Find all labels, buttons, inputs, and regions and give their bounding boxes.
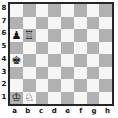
square-c4[interactable] <box>36 54 49 67</box>
rank-label-7: 7 <box>2 18 7 25</box>
square-g8[interactable] <box>87 4 100 17</box>
rank-label-6: 6 <box>2 30 7 37</box>
piece-black-pawn[interactable]: ♟ <box>11 29 21 40</box>
square-b5[interactable] <box>23 42 36 55</box>
square-e1[interactable] <box>61 92 74 105</box>
square-f7[interactable] <box>74 17 87 30</box>
square-a2[interactable] <box>10 79 23 92</box>
square-h6[interactable] <box>99 29 112 42</box>
square-c1[interactable] <box>36 92 49 105</box>
square-f2[interactable] <box>74 79 87 92</box>
square-c5[interactable] <box>36 42 49 55</box>
square-a6[interactable]: ♟ <box>10 29 23 42</box>
square-c8[interactable] <box>36 4 49 17</box>
square-a3[interactable] <box>10 67 23 80</box>
file-labels: abcdefgh <box>8 106 114 117</box>
square-c3[interactable] <box>36 67 49 80</box>
square-d4[interactable] <box>48 54 61 67</box>
file-label-e: e <box>61 108 74 115</box>
rank-label-2: 2 <box>2 81 7 88</box>
square-h3[interactable] <box>99 67 112 80</box>
square-g7[interactable] <box>87 17 100 30</box>
square-e3[interactable] <box>61 67 74 80</box>
file-label-f: f <box>74 108 87 115</box>
square-d8[interactable] <box>48 4 61 17</box>
square-h8[interactable] <box>99 4 112 17</box>
square-h1[interactable] <box>99 92 112 105</box>
square-b8[interactable] <box>23 4 36 17</box>
square-b4[interactable] <box>23 54 36 67</box>
square-g4[interactable] <box>87 54 100 67</box>
square-d2[interactable] <box>48 79 61 92</box>
square-e5[interactable] <box>61 42 74 55</box>
square-g6[interactable] <box>87 29 100 42</box>
square-h7[interactable] <box>99 17 112 30</box>
square-b3[interactable] <box>23 67 36 80</box>
square-e6[interactable] <box>61 29 74 42</box>
square-g3[interactable] <box>87 67 100 80</box>
square-c7[interactable] <box>36 17 49 30</box>
square-d6[interactable] <box>48 29 61 42</box>
square-g1[interactable] <box>87 92 100 105</box>
square-a1[interactable]: ♔ <box>10 92 23 105</box>
rank-label-3: 3 <box>2 69 7 76</box>
square-e2[interactable] <box>61 79 74 92</box>
square-b7[interactable] <box>23 17 36 30</box>
square-b1[interactable]: ♘ <box>23 92 36 105</box>
piece-white-rook[interactable]: ♖ <box>24 29 34 40</box>
rank-label-1: 1 <box>2 94 7 101</box>
square-f1[interactable] <box>74 92 87 105</box>
square-e8[interactable] <box>61 4 74 17</box>
file-label-d: d <box>48 108 61 115</box>
file-label-a: a <box>8 108 21 115</box>
square-f3[interactable] <box>74 67 87 80</box>
square-f4[interactable] <box>74 54 87 67</box>
chess-board: ♟♖♚♔♘ <box>8 2 114 106</box>
square-e4[interactable] <box>61 54 74 67</box>
square-b6[interactable]: ♖ <box>23 29 36 42</box>
square-e7[interactable] <box>61 17 74 30</box>
rank-label-4: 4 <box>2 56 7 63</box>
square-g5[interactable] <box>87 42 100 55</box>
file-label-g: g <box>88 108 101 115</box>
chess-diagram: 87654321 ♟♖♚♔♘ abcdefgh <box>0 0 118 118</box>
square-a5[interactable] <box>10 42 23 55</box>
square-a7[interactable] <box>10 17 23 30</box>
square-h4[interactable] <box>99 54 112 67</box>
square-g2[interactable] <box>87 79 100 92</box>
piece-black-king[interactable]: ♚ <box>11 54 21 65</box>
square-a4[interactable]: ♚ <box>10 54 23 67</box>
square-h2[interactable] <box>99 79 112 92</box>
file-label-b: b <box>21 108 34 115</box>
square-f5[interactable] <box>74 42 87 55</box>
square-h5[interactable] <box>99 42 112 55</box>
square-c6[interactable] <box>36 29 49 42</box>
file-label-c: c <box>35 108 48 115</box>
square-f6[interactable] <box>74 29 87 42</box>
rank-labels: 87654321 <box>0 2 8 104</box>
piece-white-knight[interactable]: ♘ <box>24 92 34 103</box>
square-a8[interactable] <box>10 4 23 17</box>
square-d5[interactable] <box>48 42 61 55</box>
square-b2[interactable] <box>23 79 36 92</box>
square-d1[interactable] <box>48 92 61 105</box>
rank-label-5: 5 <box>2 43 7 50</box>
piece-white-king[interactable]: ♔ <box>11 92 21 103</box>
file-label-h: h <box>101 108 114 115</box>
square-d3[interactable] <box>48 67 61 80</box>
square-f8[interactable] <box>74 4 87 17</box>
square-d7[interactable] <box>48 17 61 30</box>
rank-label-8: 8 <box>2 5 7 12</box>
square-c2[interactable] <box>36 79 49 92</box>
